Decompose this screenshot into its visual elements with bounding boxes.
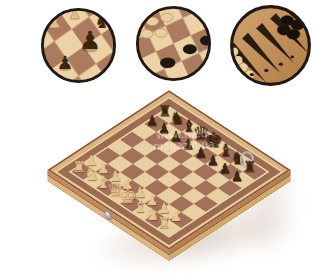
square-a1: ♜ — [71, 164, 95, 180]
square-h1: ♜ — [157, 220, 181, 236]
square-g6 — [206, 172, 230, 188]
watermark: www.med-magazin.ua — [126, 127, 243, 153]
inset-backgammon-closeup — [229, 4, 312, 87]
inset-chess-closeup: ♟ ♟ ♞ ♟ ♟ — [40, 7, 117, 84]
backgammon-closeup-image — [229, 4, 312, 87]
svg-text:♟: ♟ — [57, 52, 73, 73]
square-f6 — [193, 164, 217, 180]
svg-text:♟: ♟ — [79, 26, 101, 55]
inset-checkers-closeup — [135, 5, 212, 82]
light-rook-a1: ♜ — [66, 160, 92, 175]
chess-closeup-image: ♟ ♟ ♞ ♟ ♟ — [40, 7, 117, 84]
square-e4 — [157, 172, 181, 188]
product-photo: ♟ ♟ ♞ ♟ ♟ — [0, 0, 336, 280]
square-h5 — [206, 188, 230, 204]
checkers-closeup-image — [135, 5, 212, 82]
hinge-ring-icon — [240, 151, 254, 167]
